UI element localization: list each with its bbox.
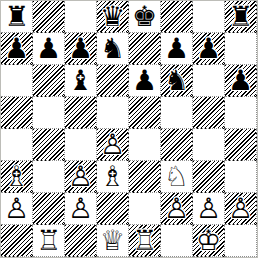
square-a3[interactable]: ♝♗ xyxy=(1,161,33,193)
piece-black-pawn[interactable]: ♟ xyxy=(193,33,224,64)
piece-white-bishop[interactable]: ♗ xyxy=(97,161,128,192)
square-f2[interactable]: ♟♙ xyxy=(161,193,193,225)
square-d8[interactable]: ♛♛ xyxy=(97,1,129,33)
square-h7[interactable] xyxy=(225,33,257,65)
square-a2[interactable]: ♟♙ xyxy=(1,193,33,225)
square-e4[interactable] xyxy=(129,129,161,161)
piece-black-knight[interactable]: ♞ xyxy=(97,33,128,64)
piece-white-pawn[interactable]: ♙ xyxy=(65,161,96,192)
square-c1[interactable] xyxy=(65,225,97,257)
piece-black-pawn[interactable]: ♟ xyxy=(129,65,160,96)
square-a6[interactable] xyxy=(1,65,33,97)
square-d4[interactable]: ♟♙ xyxy=(97,129,129,161)
piece-black-rook[interactable]: ♜ xyxy=(1,1,32,32)
piece-black-rook[interactable]: ♜ xyxy=(225,1,256,32)
square-g5[interactable] xyxy=(193,97,225,129)
square-b2[interactable] xyxy=(33,193,65,225)
piece-white-knight[interactable]: ♘ xyxy=(161,161,192,192)
square-d3[interactable]: ♝♗ xyxy=(97,161,129,193)
square-h5[interactable] xyxy=(225,97,257,129)
square-f4[interactable] xyxy=(161,129,193,161)
square-c7[interactable]: ♟♟ xyxy=(65,33,97,65)
square-c6[interactable]: ♝♝ xyxy=(65,65,97,97)
piece-white-rook[interactable]: ♖ xyxy=(33,225,64,256)
square-d6[interactable] xyxy=(97,65,129,97)
square-a1[interactable] xyxy=(1,225,33,257)
square-b1[interactable]: ♜♖ xyxy=(33,225,65,257)
piece-white-pawn[interactable]: ♙ xyxy=(193,193,224,224)
piece-white-rook[interactable]: ♖ xyxy=(129,225,160,256)
piece-black-king[interactable]: ♚ xyxy=(129,1,160,32)
square-c5[interactable] xyxy=(65,97,97,129)
square-g2[interactable]: ♟♙ xyxy=(193,193,225,225)
piece-black-knight[interactable]: ♞ xyxy=(161,65,192,96)
piece-white-pawn[interactable]: ♙ xyxy=(161,193,192,224)
piece-black-pawn[interactable]: ♟ xyxy=(161,33,192,64)
square-c2[interactable]: ♟♙ xyxy=(65,193,97,225)
square-c8[interactable] xyxy=(65,1,97,33)
piece-white-king[interactable]: ♔ xyxy=(193,225,224,256)
piece-black-pawn[interactable]: ♟ xyxy=(1,33,32,64)
square-b7[interactable]: ♟♟ xyxy=(33,33,65,65)
piece-black-queen[interactable]: ♛ xyxy=(97,1,128,32)
square-e5[interactable] xyxy=(129,97,161,129)
square-b3[interactable] xyxy=(33,161,65,193)
chess-diagram-frame: ♜♜♛♛♚♚♜♜♟♟♟♟♟♟♞♞♟♟♟♟♝♝♟♟♞♞♟♟♟♙♝♗♟♙♝♗♞♘♟♙… xyxy=(0,0,258,258)
piece-white-pawn[interactable]: ♙ xyxy=(97,129,128,160)
square-c4[interactable] xyxy=(65,129,97,161)
square-e6[interactable]: ♟♟ xyxy=(129,65,161,97)
square-f8[interactable] xyxy=(161,1,193,33)
square-h6[interactable]: ♟♟ xyxy=(225,65,257,97)
square-f7[interactable]: ♟♟ xyxy=(161,33,193,65)
square-d1[interactable]: ♛♕ xyxy=(97,225,129,257)
square-b5[interactable] xyxy=(33,97,65,129)
square-f5[interactable] xyxy=(161,97,193,129)
piece-black-pawn[interactable]: ♟ xyxy=(33,33,64,64)
square-b8[interactable] xyxy=(33,1,65,33)
square-a5[interactable] xyxy=(1,97,33,129)
square-f3[interactable]: ♞♘ xyxy=(161,161,193,193)
piece-black-pawn[interactable]: ♟ xyxy=(65,33,96,64)
square-a7[interactable]: ♟♟ xyxy=(1,33,33,65)
square-h1[interactable] xyxy=(225,225,257,257)
square-e1[interactable]: ♜♖ xyxy=(129,225,161,257)
square-e8[interactable]: ♚♚ xyxy=(129,1,161,33)
square-d7[interactable]: ♞♞ xyxy=(97,33,129,65)
square-g7[interactable]: ♟♟ xyxy=(193,33,225,65)
square-d2[interactable] xyxy=(97,193,129,225)
piece-white-pawn[interactable]: ♙ xyxy=(225,193,256,224)
square-g3[interactable] xyxy=(193,161,225,193)
square-g4[interactable] xyxy=(193,129,225,161)
square-a8[interactable]: ♜♜ xyxy=(1,1,33,33)
piece-black-pawn[interactable]: ♟ xyxy=(225,65,256,96)
square-g8[interactable] xyxy=(193,1,225,33)
square-e3[interactable] xyxy=(129,161,161,193)
piece-black-bishop[interactable]: ♝ xyxy=(65,65,96,96)
square-h2[interactable]: ♟♙ xyxy=(225,193,257,225)
square-d5[interactable] xyxy=(97,97,129,129)
square-h8[interactable]: ♜♜ xyxy=(225,1,257,33)
piece-white-pawn[interactable]: ♙ xyxy=(1,193,32,224)
square-a4[interactable] xyxy=(1,129,33,161)
chess-board: ♜♜♛♛♚♚♜♜♟♟♟♟♟♟♞♞♟♟♟♟♝♝♟♟♞♞♟♟♟♙♝♗♟♙♝♗♞♘♟♙… xyxy=(1,1,257,257)
square-c3[interactable]: ♟♙ xyxy=(65,161,97,193)
piece-white-queen[interactable]: ♕ xyxy=(97,225,128,256)
square-g1[interactable]: ♚♔ xyxy=(193,225,225,257)
piece-white-bishop[interactable]: ♗ xyxy=(1,161,32,192)
square-f6[interactable]: ♞♞ xyxy=(161,65,193,97)
square-b6[interactable] xyxy=(33,65,65,97)
piece-white-pawn[interactable]: ♙ xyxy=(65,193,96,224)
square-h4[interactable] xyxy=(225,129,257,161)
square-e2[interactable] xyxy=(129,193,161,225)
square-b4[interactable] xyxy=(33,129,65,161)
square-f1[interactable] xyxy=(161,225,193,257)
square-h3[interactable] xyxy=(225,161,257,193)
square-e7[interactable] xyxy=(129,33,161,65)
square-g6[interactable] xyxy=(193,65,225,97)
